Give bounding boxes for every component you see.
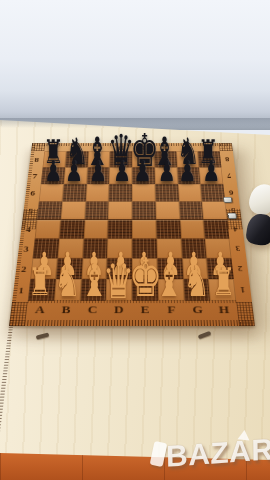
square-h7[interactable] (199, 167, 223, 184)
square-g7[interactable] (177, 167, 201, 184)
square-f1[interactable] (157, 279, 184, 301)
square-g8[interactable] (176, 151, 199, 167)
square-h1[interactable] (208, 279, 236, 301)
chess-board: ABCDEFGH ABCDEFGH 87654321 87654321 (9, 143, 255, 326)
square-b5[interactable] (61, 201, 86, 219)
rank-label: 8 (30, 151, 43, 167)
square-e2[interactable] (132, 258, 157, 279)
square-c1[interactable] (80, 279, 107, 301)
square-a5[interactable] (37, 201, 62, 219)
board-squares (28, 151, 236, 300)
square-b6[interactable] (62, 184, 86, 201)
square-a8[interactable] (43, 151, 67, 167)
square-g4[interactable] (180, 220, 205, 239)
square-h5[interactable] (202, 201, 227, 219)
board-rim-bottom (9, 320, 255, 326)
rank-label: 2 (16, 258, 32, 279)
square-b7[interactable] (63, 167, 87, 184)
watermark: BAZAR (150, 430, 270, 480)
square-c4[interactable] (83, 220, 108, 239)
rank-label-flipped: 4 (228, 220, 243, 239)
rank-label: 4 (21, 220, 36, 239)
file-label-flipped: D (110, 144, 132, 151)
rank-label-flipped: 1 (235, 279, 251, 301)
square-f6[interactable] (155, 184, 179, 201)
fold-clasp-icon (223, 197, 232, 203)
corner-hatch (9, 302, 28, 326)
square-c5[interactable] (84, 201, 108, 219)
square-e6[interactable] (132, 184, 155, 201)
rank-label: 1 (13, 279, 29, 301)
square-d8[interactable] (110, 151, 132, 167)
rank-label: 5 (23, 201, 37, 219)
square-d1[interactable] (106, 279, 132, 301)
square-b8[interactable] (65, 151, 88, 167)
square-d4[interactable] (108, 220, 132, 239)
square-g3[interactable] (181, 239, 207, 259)
rank-label: 7 (28, 167, 42, 184)
file-label-flipped: C (88, 144, 110, 151)
square-c7[interactable] (86, 167, 109, 184)
square-e8[interactable] (132, 151, 154, 167)
file-labels-bottom: ABCDEFGH (26, 300, 238, 319)
file-label: C (79, 300, 106, 319)
square-b3[interactable] (57, 239, 83, 259)
corner-hatch (219, 143, 233, 150)
rank-label-flipped: 2 (232, 258, 248, 279)
square-d3[interactable] (107, 239, 132, 259)
rank-label-flipped: 7 (222, 167, 236, 184)
square-f7[interactable] (154, 167, 177, 184)
square-c8[interactable] (87, 151, 110, 167)
board-fold-seam (22, 219, 241, 220)
square-h2[interactable] (207, 258, 234, 279)
square-f8[interactable] (154, 151, 177, 167)
fold-clasp-icon (227, 213, 237, 219)
square-a4[interactable] (35, 220, 61, 239)
file-label-flipped: E (132, 144, 154, 151)
square-d6[interactable] (109, 184, 132, 201)
file-label-flipped: A (44, 144, 67, 151)
file-labels-top: ABCDEFGH (44, 144, 219, 151)
square-a7[interactable] (41, 167, 65, 184)
square-e5[interactable] (132, 201, 156, 219)
square-c3[interactable] (82, 239, 107, 259)
watermark-chip-icon (150, 441, 168, 467)
file-label: B (52, 300, 80, 319)
square-h4[interactable] (203, 220, 229, 239)
square-f3[interactable] (156, 239, 181, 259)
square-a1[interactable] (28, 279, 56, 301)
rank-label-flipped: 3 (230, 239, 245, 259)
rank-label: 6 (26, 184, 40, 201)
square-b1[interactable] (54, 279, 81, 301)
square-e3[interactable] (132, 239, 157, 259)
file-label-flipped: H (197, 144, 220, 151)
square-d7[interactable] (109, 167, 132, 184)
rank-label-flipped: 8 (221, 151, 234, 167)
file-label-flipped: F (154, 144, 176, 151)
square-b4[interactable] (59, 220, 84, 239)
corner-hatch (31, 143, 45, 150)
square-b2[interactable] (56, 258, 83, 279)
file-label-flipped: B (66, 144, 88, 151)
square-c2[interactable] (81, 258, 107, 279)
photo-scene: ABCDEFGH ABCDEFGH 87654321 87654321 ♜♞♝♛… (0, 0, 270, 480)
square-f5[interactable] (155, 201, 179, 219)
square-f4[interactable] (156, 220, 181, 239)
square-g5[interactable] (179, 201, 204, 219)
file-label-flipped: G (175, 144, 197, 151)
file-label: F (158, 300, 185, 319)
square-h8[interactable] (198, 151, 222, 167)
square-e4[interactable] (132, 220, 156, 239)
square-g1[interactable] (183, 279, 210, 301)
square-a6[interactable] (39, 184, 64, 201)
square-f2[interactable] (157, 258, 183, 279)
square-a2[interactable] (30, 258, 57, 279)
square-c6[interactable] (85, 184, 109, 201)
square-d5[interactable] (108, 201, 132, 219)
square-h6[interactable] (201, 184, 226, 201)
corner-hatch (236, 302, 255, 326)
file-label: E (132, 300, 159, 319)
file-label: H (210, 300, 238, 319)
square-e7[interactable] (132, 167, 155, 184)
rank-label: 3 (19, 239, 34, 259)
table-edge-shadow (0, 118, 270, 128)
wall-background (0, 0, 270, 130)
file-label: A (26, 300, 54, 319)
square-g2[interactable] (182, 258, 209, 279)
square-a3[interactable] (32, 239, 59, 259)
square-g6[interactable] (178, 184, 202, 201)
file-label: D (105, 300, 132, 319)
square-d2[interactable] (107, 258, 132, 279)
square-e1[interactable] (132, 279, 158, 301)
square-h3[interactable] (205, 239, 232, 259)
file-label: G (184, 300, 212, 319)
watermark-text: BAZAR (166, 432, 270, 474)
